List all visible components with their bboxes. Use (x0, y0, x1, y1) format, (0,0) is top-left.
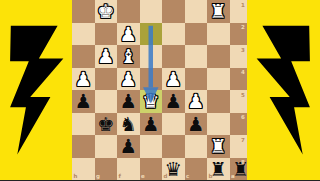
white-pawn: ♟ (117, 68, 140, 91)
square-d2[interactable] (162, 23, 185, 46)
square-c4[interactable] (185, 68, 208, 91)
square-h2[interactable] (72, 23, 95, 46)
square-h7[interactable] (72, 135, 95, 158)
square-b2[interactable] (207, 23, 230, 46)
square-c1[interactable] (185, 0, 208, 23)
square-a7[interactable] (230, 135, 248, 158)
square-c7[interactable] (185, 135, 208, 158)
square-g8[interactable] (95, 158, 118, 181)
square-d4[interactable]: ♟ (162, 68, 185, 91)
square-h3[interactable] (72, 45, 95, 68)
square-f6[interactable]: ♞ (117, 113, 140, 136)
square-e8[interactable] (140, 158, 163, 181)
square-g6[interactable]: ♚ (95, 113, 118, 136)
square-a1[interactable] (230, 0, 248, 23)
square-g7[interactable] (95, 135, 118, 158)
square-f8[interactable] (117, 158, 140, 181)
square-e7[interactable] (140, 135, 163, 158)
square-g4[interactable] (95, 68, 118, 91)
square-e1[interactable] (140, 0, 163, 23)
square-e6[interactable]: ♟ (140, 113, 163, 136)
black-pawn: ♟ (117, 90, 140, 113)
square-g2[interactable] (95, 23, 118, 46)
white-pawn: ♟ (95, 45, 118, 68)
black-pawn: ♟ (185, 113, 208, 136)
black-pawn: ♟ (140, 113, 163, 136)
square-a5[interactable] (230, 90, 248, 113)
black-pawn: ♟ (72, 90, 95, 113)
white-pawn: ♟ (185, 90, 208, 113)
square-c3[interactable] (185, 45, 208, 68)
lightning-bolt-left-icon (0, 14, 72, 162)
square-b8[interactable]: ♜ (207, 158, 230, 181)
white-pawn: ♟ (72, 68, 95, 91)
square-c5[interactable]: ♟ (185, 90, 208, 113)
square-c6[interactable]: ♟ (185, 113, 208, 136)
black-rook: ♜ (230, 158, 248, 181)
black-pawn: ♟ (117, 135, 140, 158)
chess-board-window: ♚♜♟♟♝♟♟♟♟♟♛♟♟♚♞♟♟♟♜♛♜♜ 12345678hgfedcba (72, 0, 247, 180)
square-e5[interactable]: ♛ (140, 90, 163, 113)
square-b4[interactable] (207, 68, 230, 91)
white-rook: ♜ (207, 0, 230, 23)
square-a4[interactable] (230, 68, 248, 91)
square-f1[interactable] (117, 0, 140, 23)
square-h5[interactable]: ♟ (72, 90, 95, 113)
square-a2[interactable] (230, 23, 248, 46)
white-pawn: ♟ (117, 23, 140, 46)
square-d6[interactable] (162, 113, 185, 136)
square-e2[interactable] (140, 23, 163, 46)
chess-board: ♚♜♟♟♝♟♟♟♟♟♛♟♟♚♞♟♟♟♜♛♜♜ (72, 0, 247, 180)
black-knight: ♞ (117, 113, 140, 136)
square-d5[interactable]: ♟ (162, 90, 185, 113)
square-b5[interactable] (207, 90, 230, 113)
square-h1[interactable] (72, 0, 95, 23)
square-h6[interactable] (72, 113, 95, 136)
square-c8[interactable] (185, 158, 208, 181)
square-f3[interactable]: ♝ (117, 45, 140, 68)
square-f2[interactable]: ♟ (117, 23, 140, 46)
square-b1[interactable]: ♜ (207, 0, 230, 23)
lightning-bolt-right-icon (248, 14, 320, 162)
white-rook: ♜ (207, 135, 230, 158)
square-f7[interactable]: ♟ (117, 135, 140, 158)
black-queen: ♛ (162, 158, 185, 181)
square-d7[interactable] (162, 135, 185, 158)
white-king: ♚ (95, 0, 118, 23)
white-bishop: ♝ (117, 45, 140, 68)
square-f4[interactable]: ♟ (117, 68, 140, 91)
square-b6[interactable] (207, 113, 230, 136)
square-d8[interactable]: ♛ (162, 158, 185, 181)
square-d3[interactable] (162, 45, 185, 68)
square-a8[interactable]: ♜ (230, 158, 248, 181)
square-f5[interactable]: ♟ (117, 90, 140, 113)
black-pawn: ♟ (162, 90, 185, 113)
square-c2[interactable] (185, 23, 208, 46)
square-a6[interactable] (230, 113, 248, 136)
black-king: ♚ (95, 113, 118, 136)
square-d1[interactable] (162, 0, 185, 23)
black-rook: ♜ (207, 158, 230, 181)
square-h8[interactable] (72, 158, 95, 181)
square-b7[interactable]: ♜ (207, 135, 230, 158)
white-queen: ♛ (140, 90, 163, 113)
square-b3[interactable] (207, 45, 230, 68)
square-h4[interactable]: ♟ (72, 68, 95, 91)
white-pawn: ♟ (162, 68, 185, 91)
square-g3[interactable]: ♟ (95, 45, 118, 68)
square-e3[interactable] (140, 45, 163, 68)
square-g1[interactable]: ♚ (95, 0, 118, 23)
square-a3[interactable] (230, 45, 248, 68)
thumbnail-stage: ♚♜♟♟♝♟♟♟♟♟♛♟♟♚♞♟♟♟♜♛♜♜ 12345678hgfedcba (0, 0, 320, 180)
square-g5[interactable] (95, 90, 118, 113)
square-e4[interactable] (140, 68, 163, 91)
